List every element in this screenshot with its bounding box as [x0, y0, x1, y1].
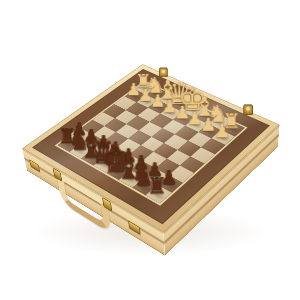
black-rook: ♜: [130, 177, 183, 196]
product-photo-scene: ♜♞♝♛♚♝♞♜♟♟♟♟♟♟♟♟♟♟♟♟♟♟♟♟♜♞♝♛♚♝♞♜: [0, 0, 300, 300]
clasp-left: [29, 159, 40, 172]
chess-case: ♜♞♝♛♚♝♞♜♟♟♟♟♟♟♟♟♟♟♟♟♟♟♟♟♜♞♝♛♚♝♞♜: [22, 64, 280, 233]
white-pawn: ♟: [197, 124, 246, 139]
clasp-right: [128, 220, 140, 235]
case-top-rim: ♜♞♝♛♚♝♞♜♟♟♟♟♟♟♟♟♟♟♟♟♟♟♟♟♜♞♝♛♚♝♞♜: [22, 64, 280, 233]
